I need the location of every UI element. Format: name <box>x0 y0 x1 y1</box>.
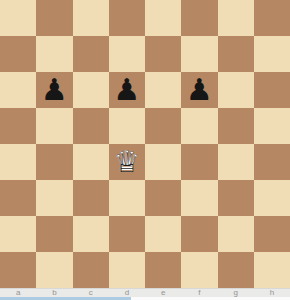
square-d7[interactable] <box>109 36 145 72</box>
square-d8[interactable] <box>109 0 145 36</box>
square-f2[interactable] <box>181 216 217 252</box>
square-g3[interactable] <box>218 180 254 216</box>
file-coordinates-strip: abcdefgh <box>0 288 290 297</box>
square-d4[interactable]: ♛♕ <box>109 144 145 180</box>
square-b3[interactable] <box>36 180 72 216</box>
square-c2[interactable] <box>73 216 109 252</box>
square-h2[interactable] <box>254 216 290 252</box>
file-label-b: b <box>36 289 72 297</box>
file-label-a: a <box>0 289 36 297</box>
square-g1[interactable] <box>218 252 254 288</box>
square-d3[interactable] <box>109 180 145 216</box>
square-g6[interactable] <box>218 72 254 108</box>
square-c6[interactable] <box>73 72 109 108</box>
square-h7[interactable] <box>254 36 290 72</box>
square-h8[interactable] <box>254 0 290 36</box>
white-queen: ♛♕ <box>109 144 145 180</box>
square-c7[interactable] <box>73 36 109 72</box>
square-f3[interactable] <box>181 180 217 216</box>
square-f4[interactable] <box>181 144 217 180</box>
square-d1[interactable] <box>109 252 145 288</box>
file-label-e: e <box>145 289 181 297</box>
square-b7[interactable] <box>36 36 72 72</box>
square-f7[interactable] <box>181 36 217 72</box>
square-a7[interactable] <box>0 36 36 72</box>
square-a4[interactable] <box>0 144 36 180</box>
square-h5[interactable] <box>254 108 290 144</box>
square-e5[interactable] <box>145 108 181 144</box>
square-h1[interactable] <box>254 252 290 288</box>
black-pawn: ♟ <box>181 72 217 108</box>
file-label-h: h <box>254 289 290 297</box>
square-g2[interactable] <box>218 216 254 252</box>
square-c3[interactable] <box>73 180 109 216</box>
file-label-g: g <box>218 289 254 297</box>
file-label-d: d <box>109 289 145 297</box>
black-pawn: ♟ <box>36 72 72 108</box>
square-e3[interactable] <box>145 180 181 216</box>
square-g8[interactable] <box>218 0 254 36</box>
square-b6[interactable]: ♟ <box>36 72 72 108</box>
square-e2[interactable] <box>145 216 181 252</box>
square-c1[interactable] <box>73 252 109 288</box>
square-a2[interactable] <box>0 216 36 252</box>
square-e1[interactable] <box>145 252 181 288</box>
square-h3[interactable] <box>254 180 290 216</box>
square-b4[interactable] <box>36 144 72 180</box>
black-pawn: ♟ <box>109 72 145 108</box>
square-d6[interactable]: ♟ <box>109 72 145 108</box>
square-a3[interactable] <box>0 180 36 216</box>
square-c5[interactable] <box>73 108 109 144</box>
file-label-f: f <box>181 289 217 297</box>
square-g7[interactable] <box>218 36 254 72</box>
square-a8[interactable] <box>0 0 36 36</box>
square-e7[interactable] <box>145 36 181 72</box>
square-d5[interactable] <box>109 108 145 144</box>
square-g5[interactable] <box>218 108 254 144</box>
square-c8[interactable] <box>73 0 109 36</box>
file-label-c: c <box>73 289 109 297</box>
square-a6[interactable] <box>0 72 36 108</box>
square-b1[interactable] <box>36 252 72 288</box>
square-d2[interactable] <box>109 216 145 252</box>
square-f1[interactable] <box>181 252 217 288</box>
square-h4[interactable] <box>254 144 290 180</box>
square-e6[interactable] <box>145 72 181 108</box>
chess-board: ♟♟♟♛♕ <box>0 0 290 288</box>
square-g4[interactable] <box>218 144 254 180</box>
square-f5[interactable] <box>181 108 217 144</box>
square-e8[interactable] <box>145 0 181 36</box>
chess-board-widget: ♟♟♟♛♕ abcdefgh <box>0 0 290 300</box>
square-h6[interactable] <box>254 72 290 108</box>
square-b8[interactable] <box>36 0 72 36</box>
square-b5[interactable] <box>36 108 72 144</box>
square-f6[interactable]: ♟ <box>181 72 217 108</box>
square-c4[interactable] <box>73 144 109 180</box>
square-e4[interactable] <box>145 144 181 180</box>
square-f8[interactable] <box>181 0 217 36</box>
square-a1[interactable] <box>0 252 36 288</box>
white-queen-outline: ♕ <box>109 144 145 180</box>
square-a5[interactable] <box>0 108 36 144</box>
square-b2[interactable] <box>36 216 72 252</box>
